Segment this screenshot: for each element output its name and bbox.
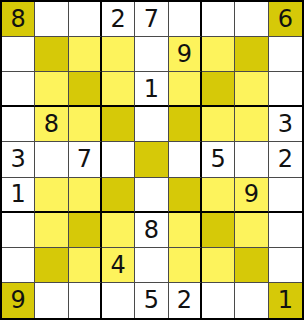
cell-r2c8[interactable] [235,37,268,72]
cell-r6c8[interactable]: 9 [235,178,268,213]
cell-r1c3[interactable] [69,2,102,37]
cell-r6c7[interactable] [202,178,235,213]
cell-r8c5[interactable] [135,248,168,283]
cell-r5c8[interactable] [235,142,268,177]
cell-r2c5[interactable] [135,37,168,72]
cell-r5c6[interactable] [169,142,202,177]
cell-r9c7[interactable] [202,283,235,318]
cell-r8c4[interactable]: 4 [102,248,135,283]
cell-r3c2[interactable] [35,72,68,107]
cell-r9c8[interactable] [235,283,268,318]
cell-r1c8[interactable] [235,2,268,37]
cell-r3c7[interactable] [202,72,235,107]
cell-r9c6[interactable]: 2 [169,283,202,318]
cell-r3c4[interactable] [102,72,135,107]
cell-r9c9[interactable]: 1 [269,283,302,318]
cell-r5c9[interactable]: 2 [269,142,302,177]
cell-r9c3[interactable] [69,283,102,318]
cell-r2c1[interactable] [2,37,35,72]
cell-r8c7[interactable] [202,248,235,283]
cell-r5c3[interactable]: 7 [69,142,102,177]
cell-r9c4[interactable] [102,283,135,318]
cell-r4c4[interactable] [102,107,135,142]
cell-r1c4[interactable]: 2 [102,2,135,37]
cell-r4c6[interactable] [169,107,202,142]
cell-r7c5[interactable]: 8 [135,213,168,248]
cell-r2c2[interactable] [35,37,68,72]
cell-r1c5[interactable]: 7 [135,2,168,37]
cell-r7c2[interactable] [35,213,68,248]
cell-r8c2[interactable] [35,248,68,283]
cell-r8c6[interactable] [169,248,202,283]
cell-r3c3[interactable] [69,72,102,107]
cell-r6c2[interactable] [35,178,68,213]
cell-r5c1[interactable]: 3 [2,142,35,177]
cell-r5c4[interactable] [102,142,135,177]
cell-r6c9[interactable] [269,178,302,213]
cell-r6c6[interactable] [169,178,202,213]
cell-r5c2[interactable] [35,142,68,177]
cell-r5c7[interactable]: 5 [202,142,235,177]
cell-r7c4[interactable] [102,213,135,248]
cell-r8c9[interactable] [269,248,302,283]
cell-r6c5[interactable] [135,178,168,213]
cell-r3c5[interactable]: 1 [135,72,168,107]
cell-r4c2[interactable]: 8 [35,107,68,142]
cell-r4c5[interactable] [135,107,168,142]
cell-r7c6[interactable] [169,213,202,248]
cell-r2c7[interactable] [202,37,235,72]
cell-r8c3[interactable] [69,248,102,283]
cell-r4c8[interactable] [235,107,268,142]
cell-r2c9[interactable] [269,37,302,72]
cell-r3c6[interactable] [169,72,202,107]
cell-r1c2[interactable] [35,2,68,37]
cell-r6c4[interactable] [102,178,135,213]
cell-r2c4[interactable] [102,37,135,72]
cell-r4c3[interactable] [69,107,102,142]
cell-r9c1[interactable]: 9 [2,283,35,318]
cell-r1c1[interactable]: 8 [2,2,35,37]
cell-r8c8[interactable] [235,248,268,283]
cell-r3c1[interactable] [2,72,35,107]
cell-r7c3[interactable] [69,213,102,248]
cell-r3c9[interactable] [269,72,302,107]
cell-r8c1[interactable] [2,248,35,283]
sudoku-board: 82769183375219849521 [0,0,304,320]
cell-r7c1[interactable] [2,213,35,248]
cell-r7c8[interactable] [235,213,268,248]
cell-r1c6[interactable] [169,2,202,37]
cell-r5c5[interactable] [135,142,168,177]
cell-r6c3[interactable] [69,178,102,213]
cell-r2c3[interactable] [69,37,102,72]
cell-r1c9[interactable]: 6 [269,2,302,37]
cell-r7c9[interactable] [269,213,302,248]
cell-r3c8[interactable] [235,72,268,107]
cell-r9c5[interactable]: 5 [135,283,168,318]
cell-r4c7[interactable] [202,107,235,142]
cell-r7c7[interactable] [202,213,235,248]
cell-r1c7[interactable] [202,2,235,37]
cell-r6c1[interactable]: 1 [2,178,35,213]
cell-r9c2[interactable] [35,283,68,318]
cell-r4c1[interactable] [2,107,35,142]
cell-r2c6[interactable]: 9 [169,37,202,72]
cell-r4c9[interactable]: 3 [269,107,302,142]
